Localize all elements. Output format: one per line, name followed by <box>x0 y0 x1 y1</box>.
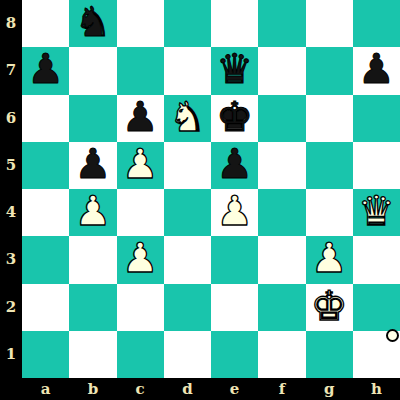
white-knight[interactable]: ♞ <box>169 97 206 138</box>
square-g5[interactable] <box>306 142 353 189</box>
square-e2[interactable] <box>211 284 258 331</box>
black-pawn[interactable]: ♟ <box>27 49 64 90</box>
square-a3[interactable] <box>22 236 69 283</box>
chess-board: ♞♟♛♟♟♞♚♟♟♟♟♟♛♟♟♚ <box>22 0 400 378</box>
rank-label-6: 6 <box>0 95 22 142</box>
square-b8[interactable]: ♞ <box>69 0 116 47</box>
rank-label-5: 5 <box>0 142 22 189</box>
rank-label-2: 2 <box>0 284 22 331</box>
square-c4[interactable] <box>117 189 164 236</box>
white-queen[interactable]: ♛ <box>358 191 395 232</box>
square-h4[interactable]: ♛ <box>353 189 400 236</box>
file-label-b: b <box>69 378 116 400</box>
square-a5[interactable] <box>22 142 69 189</box>
square-f5[interactable] <box>258 142 305 189</box>
square-c1[interactable] <box>117 331 164 378</box>
file-label-e: e <box>211 378 258 400</box>
square-b6[interactable] <box>69 95 116 142</box>
square-h2[interactable] <box>353 284 400 331</box>
square-d8[interactable] <box>164 0 211 47</box>
white-pawn[interactable]: ♟ <box>74 191 111 232</box>
square-g7[interactable] <box>306 47 353 94</box>
rank-labels: 87654321 <box>0 0 22 378</box>
rank-label-8: 8 <box>0 0 22 47</box>
square-b7[interactable] <box>69 47 116 94</box>
black-pawn[interactable]: ♟ <box>122 97 159 138</box>
square-a6[interactable] <box>22 95 69 142</box>
rank-label-7: 7 <box>0 47 22 94</box>
square-f6[interactable] <box>258 95 305 142</box>
square-f1[interactable] <box>258 331 305 378</box>
square-e3[interactable] <box>211 236 258 283</box>
chess-puzzle-frame: 87654321 ♞♟♛♟♟♞♚♟♟♟♟♟♛♟♟♚ abcdefgh <box>0 0 400 400</box>
square-h5[interactable] <box>353 142 400 189</box>
square-g3[interactable]: ♟ <box>306 236 353 283</box>
black-king[interactable]: ♚ <box>216 97 253 138</box>
square-c2[interactable] <box>117 284 164 331</box>
white-pawn[interactable]: ♟ <box>216 191 253 232</box>
square-c5[interactable]: ♟ <box>117 142 164 189</box>
rank-label-3: 3 <box>0 236 22 283</box>
rank-label-4: 4 <box>0 189 22 236</box>
square-b3[interactable] <box>69 236 116 283</box>
square-g8[interactable] <box>306 0 353 47</box>
square-d6[interactable]: ♞ <box>164 95 211 142</box>
file-labels: abcdefgh <box>22 378 400 400</box>
square-b1[interactable] <box>69 331 116 378</box>
file-label-c: c <box>117 378 164 400</box>
square-g6[interactable] <box>306 95 353 142</box>
square-f4[interactable] <box>258 189 305 236</box>
square-h7[interactable]: ♟ <box>353 47 400 94</box>
square-a7[interactable]: ♟ <box>22 47 69 94</box>
square-g4[interactable] <box>306 189 353 236</box>
square-e4[interactable]: ♟ <box>211 189 258 236</box>
black-pawn[interactable]: ♟ <box>358 49 395 90</box>
square-g1[interactable] <box>306 331 353 378</box>
square-c6[interactable]: ♟ <box>117 95 164 142</box>
square-e6[interactable]: ♚ <box>211 95 258 142</box>
square-b2[interactable] <box>69 284 116 331</box>
square-b5[interactable]: ♟ <box>69 142 116 189</box>
square-c3[interactable]: ♟ <box>117 236 164 283</box>
file-label-f: f <box>258 378 305 400</box>
square-c7[interactable] <box>117 47 164 94</box>
square-e8[interactable] <box>211 0 258 47</box>
square-h8[interactable] <box>353 0 400 47</box>
square-f8[interactable] <box>258 0 305 47</box>
square-h3[interactable] <box>353 236 400 283</box>
square-a2[interactable] <box>22 284 69 331</box>
square-a1[interactable] <box>22 331 69 378</box>
square-h6[interactable] <box>353 95 400 142</box>
square-f2[interactable] <box>258 284 305 331</box>
file-label-a: a <box>22 378 69 400</box>
white-pawn[interactable]: ♟ <box>122 238 159 279</box>
file-label-g: g <box>306 378 353 400</box>
square-f3[interactable] <box>258 236 305 283</box>
square-d5[interactable] <box>164 142 211 189</box>
square-b4[interactable]: ♟ <box>69 189 116 236</box>
rank-label-1: 1 <box>0 331 22 378</box>
square-a8[interactable] <box>22 0 69 47</box>
square-c8[interactable] <box>117 0 164 47</box>
square-d4[interactable] <box>164 189 211 236</box>
white-to-move-indicator <box>386 329 399 342</box>
black-pawn[interactable]: ♟ <box>74 144 111 185</box>
black-knight[interactable]: ♞ <box>74 2 111 43</box>
square-a4[interactable] <box>22 189 69 236</box>
square-g2[interactable]: ♚ <box>306 284 353 331</box>
file-label-h: h <box>353 378 400 400</box>
black-pawn[interactable]: ♟ <box>216 144 253 185</box>
white-pawn[interactable]: ♟ <box>122 144 159 185</box>
square-d3[interactable] <box>164 236 211 283</box>
white-king[interactable]: ♚ <box>311 286 348 327</box>
black-queen[interactable]: ♛ <box>216 49 253 90</box>
square-f7[interactable] <box>258 47 305 94</box>
square-d1[interactable] <box>164 331 211 378</box>
white-pawn[interactable]: ♟ <box>311 238 348 279</box>
square-d2[interactable] <box>164 284 211 331</box>
square-e1[interactable] <box>211 331 258 378</box>
square-e7[interactable]: ♛ <box>211 47 258 94</box>
square-d7[interactable] <box>164 47 211 94</box>
file-label-d: d <box>164 378 211 400</box>
square-e5[interactable]: ♟ <box>211 142 258 189</box>
